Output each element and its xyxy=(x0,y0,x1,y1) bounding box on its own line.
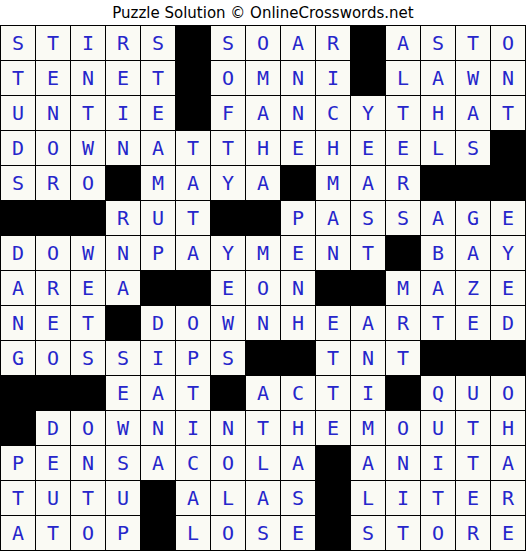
cell-r10c3: S xyxy=(71,341,105,375)
cell-r6c4: R xyxy=(106,201,140,235)
cell-r9c2: E xyxy=(36,306,70,340)
block-r14c5 xyxy=(141,481,175,515)
cell-r12c4: W xyxy=(106,411,140,445)
block-r13c10 xyxy=(316,446,350,480)
block-r5c13 xyxy=(421,166,455,200)
cell-r2c7: O xyxy=(211,61,245,95)
block-r10c15 xyxy=(491,341,525,375)
block-r15c10 xyxy=(316,516,350,550)
cell-r1c15: O xyxy=(491,26,525,60)
cell-r9c7: W xyxy=(211,306,245,340)
cell-r14c14: E xyxy=(456,481,490,515)
cell-r2c15: N xyxy=(491,61,525,95)
cell-r12c12: O xyxy=(386,411,420,445)
cell-r1c2: T xyxy=(36,26,70,60)
cell-r4c3: W xyxy=(71,131,105,165)
cell-r5c8: A xyxy=(246,166,280,200)
cell-r13c15: A xyxy=(491,446,525,480)
cell-r8c7: E xyxy=(211,271,245,305)
cell-r3c3: T xyxy=(71,96,105,130)
cell-r7c11: T xyxy=(351,236,385,270)
cell-r14c9: S xyxy=(281,481,315,515)
cell-r1c3: I xyxy=(71,26,105,60)
cell-r5c1: S xyxy=(1,166,35,200)
cell-r1c14: T xyxy=(456,26,490,60)
cell-r12c15: H xyxy=(491,411,525,445)
cell-r4c2: O xyxy=(36,131,70,165)
cell-r4c5: A xyxy=(141,131,175,165)
block-r1c6 xyxy=(176,26,210,60)
cell-r9c11: A xyxy=(351,306,385,340)
block-r6c7 xyxy=(211,201,245,235)
crossword-grid: STIRSSOARASTOTENETOMNILAWNUNTIEFANCYTHAT… xyxy=(0,25,526,551)
cell-r3c14: A xyxy=(456,96,490,130)
cell-r1c5: S xyxy=(141,26,175,60)
cell-r8c13: A xyxy=(421,271,455,305)
cell-r12c13: U xyxy=(421,411,455,445)
block-r6c2 xyxy=(36,201,70,235)
cell-r15c9: E xyxy=(281,516,315,550)
block-r10c8 xyxy=(246,341,280,375)
cell-r10c2: O xyxy=(36,341,70,375)
cell-r10c5: I xyxy=(141,341,175,375)
cell-r7c2: O xyxy=(36,236,70,270)
cell-r10c1: G xyxy=(1,341,35,375)
cell-r13c14: T xyxy=(456,446,490,480)
cell-r1c8: O xyxy=(246,26,280,60)
cell-r12c14: T xyxy=(456,411,490,445)
block-r2c6 xyxy=(176,61,210,95)
block-r11c1 xyxy=(1,376,35,410)
cell-r7c1: D xyxy=(1,236,35,270)
cell-r2c12: L xyxy=(386,61,420,95)
cell-r14c11: L xyxy=(351,481,385,515)
cell-r4c8: H xyxy=(246,131,280,165)
cell-r5c7: Y xyxy=(211,166,245,200)
cell-r12c3: O xyxy=(71,411,105,445)
cell-r3c4: I xyxy=(106,96,140,130)
block-r10c13 xyxy=(421,341,455,375)
cell-r13c4: S xyxy=(106,446,140,480)
cell-r11c9: C xyxy=(281,376,315,410)
cell-r10c7: S xyxy=(211,341,245,375)
block-r4c15 xyxy=(491,131,525,165)
cell-r5c11: A xyxy=(351,166,385,200)
cell-r6c15: E xyxy=(491,201,525,235)
cell-r14c3: T xyxy=(71,481,105,515)
block-r10c14 xyxy=(456,341,490,375)
cell-r11c6: T xyxy=(176,376,210,410)
cell-r7c14: A xyxy=(456,236,490,270)
cell-r15c3: O xyxy=(71,516,105,550)
cell-r14c1: T xyxy=(1,481,35,515)
cell-r12c10: E xyxy=(316,411,350,445)
cell-r9c9: H xyxy=(281,306,315,340)
cell-r9c13: T xyxy=(421,306,455,340)
cell-r15c1: A xyxy=(1,516,35,550)
cell-r8c4: A xyxy=(106,271,140,305)
cell-r10c12: T xyxy=(386,341,420,375)
block-r5c9 xyxy=(281,166,315,200)
cell-r10c11: N xyxy=(351,341,385,375)
page-title: Puzzle Solution © OnlineCrosswords.net xyxy=(0,0,526,25)
cell-r1c12: A xyxy=(386,26,420,60)
cell-r12c5: N xyxy=(141,411,175,445)
cell-r6c13: A xyxy=(421,201,455,235)
cell-r15c11: S xyxy=(351,516,385,550)
cell-r13c8: L xyxy=(246,446,280,480)
block-r11c12 xyxy=(386,376,420,410)
cell-r2c3: N xyxy=(71,61,105,95)
cell-r11c10: T xyxy=(316,376,350,410)
cell-r11c5: A xyxy=(141,376,175,410)
cell-r8c2: R xyxy=(36,271,70,305)
cell-r12c8: T xyxy=(246,411,280,445)
block-r5c14 xyxy=(456,166,490,200)
cell-r12c6: I xyxy=(176,411,210,445)
cell-r14c2: U xyxy=(36,481,70,515)
cell-r5c5: M xyxy=(141,166,175,200)
cell-r1c10: R xyxy=(316,26,350,60)
cell-r4c7: T xyxy=(211,131,245,165)
cell-r11c11: I xyxy=(351,376,385,410)
cell-r8c3: E xyxy=(71,271,105,305)
cell-r12c11: M xyxy=(351,411,385,445)
cell-r5c3: O xyxy=(71,166,105,200)
cell-r8c1: A xyxy=(1,271,35,305)
block-r7c12 xyxy=(386,236,420,270)
cell-r7c8: M xyxy=(246,236,280,270)
cell-r13c11: A xyxy=(351,446,385,480)
cell-r15c8: S xyxy=(246,516,280,550)
cell-r2c4: E xyxy=(106,61,140,95)
cell-r15c7: O xyxy=(211,516,245,550)
cell-r4c1: D xyxy=(1,131,35,165)
cell-r7c9: E xyxy=(281,236,315,270)
cell-r4c6: T xyxy=(176,131,210,165)
cell-r12c2: D xyxy=(36,411,70,445)
block-r8c10 xyxy=(316,271,350,305)
cell-r14c7: L xyxy=(211,481,245,515)
cell-r13c12: N xyxy=(386,446,420,480)
cell-r13c2: E xyxy=(36,446,70,480)
block-r8c11 xyxy=(351,271,385,305)
cell-r3c7: F xyxy=(211,96,245,130)
cell-r12c7: N xyxy=(211,411,245,445)
cell-r15c4: P xyxy=(106,516,140,550)
cell-r4c11: E xyxy=(351,131,385,165)
cell-r2c13: A xyxy=(421,61,455,95)
cell-r3c10: C xyxy=(316,96,350,130)
cell-r7c3: W xyxy=(71,236,105,270)
cell-r8c14: Z xyxy=(456,271,490,305)
cell-r3c1: U xyxy=(1,96,35,130)
block-r12c1 xyxy=(1,411,35,445)
cell-r3c5: E xyxy=(141,96,175,130)
cell-r2c8: M xyxy=(246,61,280,95)
cell-r6c6: T xyxy=(176,201,210,235)
cell-r4c14: S xyxy=(456,131,490,165)
cell-r14c15: R xyxy=(491,481,525,515)
cell-r13c9: A xyxy=(281,446,315,480)
cell-r8c9: N xyxy=(281,271,315,305)
cell-r15c2: T xyxy=(36,516,70,550)
cell-r6c12: S xyxy=(386,201,420,235)
cell-r6c9: P xyxy=(281,201,315,235)
cell-r10c4: S xyxy=(106,341,140,375)
cell-r3c9: N xyxy=(281,96,315,130)
cell-r9c3: T xyxy=(71,306,105,340)
cell-r13c5: A xyxy=(141,446,175,480)
cell-r3c15: T xyxy=(491,96,525,130)
cell-r4c12: E xyxy=(386,131,420,165)
cell-r7c4: N xyxy=(106,236,140,270)
cell-r6c11: S xyxy=(351,201,385,235)
cell-r3c13: H xyxy=(421,96,455,130)
cell-r4c10: H xyxy=(316,131,350,165)
block-r5c15 xyxy=(491,166,525,200)
cell-r13c7: O xyxy=(211,446,245,480)
cell-r11c14: U xyxy=(456,376,490,410)
cell-r9c6: O xyxy=(176,306,210,340)
cell-r2c2: E xyxy=(36,61,70,95)
cell-r13c13: I xyxy=(421,446,455,480)
cell-r6c10: A xyxy=(316,201,350,235)
cell-r2c10: I xyxy=(316,61,350,95)
cell-r9c1: N xyxy=(1,306,35,340)
cell-r7c7: Y xyxy=(211,236,245,270)
cell-r3c11: Y xyxy=(351,96,385,130)
block-r8c6 xyxy=(176,271,210,305)
cell-r8c12: M xyxy=(386,271,420,305)
cell-r11c8: A xyxy=(246,376,280,410)
cell-r9c10: E xyxy=(316,306,350,340)
cell-r15c12: T xyxy=(386,516,420,550)
cell-r11c4: E xyxy=(106,376,140,410)
cell-r9c14: E xyxy=(456,306,490,340)
cell-r6c14: G xyxy=(456,201,490,235)
block-r15c5 xyxy=(141,516,175,550)
cell-r5c12: R xyxy=(386,166,420,200)
cell-r8c8: O xyxy=(246,271,280,305)
cell-r4c4: N xyxy=(106,131,140,165)
block-r1c11 xyxy=(351,26,385,60)
cell-r4c13: L xyxy=(421,131,455,165)
block-r9c4 xyxy=(106,306,140,340)
block-r6c3 xyxy=(71,201,105,235)
cell-r15c13: O xyxy=(421,516,455,550)
cell-r11c15: O xyxy=(491,376,525,410)
cell-r5c2: R xyxy=(36,166,70,200)
cell-r2c1: T xyxy=(1,61,35,95)
cell-r2c14: W xyxy=(456,61,490,95)
cell-r5c6: A xyxy=(176,166,210,200)
block-r14c10 xyxy=(316,481,350,515)
block-r6c1 xyxy=(1,201,35,235)
cell-r7c15: Y xyxy=(491,236,525,270)
cell-r13c6: C xyxy=(176,446,210,480)
block-r10c9 xyxy=(281,341,315,375)
cell-r10c10: T xyxy=(316,341,350,375)
cell-r9c12: R xyxy=(386,306,420,340)
cell-r5c10: M xyxy=(316,166,350,200)
cell-r2c9: N xyxy=(281,61,315,95)
block-r11c2 xyxy=(36,376,70,410)
cell-r15c6: L xyxy=(176,516,210,550)
cell-r14c4: U xyxy=(106,481,140,515)
cell-r14c13: T xyxy=(421,481,455,515)
cell-r7c6: A xyxy=(176,236,210,270)
cell-r11c13: Q xyxy=(421,376,455,410)
block-r2c11 xyxy=(351,61,385,95)
block-r11c7 xyxy=(211,376,245,410)
cell-r14c6: A xyxy=(176,481,210,515)
cell-r1c4: R xyxy=(106,26,140,60)
block-r8c5 xyxy=(141,271,175,305)
cell-r12c9: H xyxy=(281,411,315,445)
cell-r14c8: A xyxy=(246,481,280,515)
cell-r7c10: N xyxy=(316,236,350,270)
cell-r1c13: S xyxy=(421,26,455,60)
cell-r10c6: P xyxy=(176,341,210,375)
cell-r9c15: D xyxy=(491,306,525,340)
block-r5c4 xyxy=(106,166,140,200)
block-r11c3 xyxy=(71,376,105,410)
cell-r3c12: T xyxy=(386,96,420,130)
cell-r15c14: R xyxy=(456,516,490,550)
cell-r7c5: P xyxy=(141,236,175,270)
cell-r15c15: E xyxy=(491,516,525,550)
cell-r9c8: N xyxy=(246,306,280,340)
block-r3c6 xyxy=(176,96,210,130)
cell-r6c5: U xyxy=(141,201,175,235)
cell-r13c3: N xyxy=(71,446,105,480)
cell-r4c9: E xyxy=(281,131,315,165)
cell-r1c1: S xyxy=(1,26,35,60)
cell-r7c13: B xyxy=(421,236,455,270)
cell-r1c7: S xyxy=(211,26,245,60)
cell-r3c2: N xyxy=(36,96,70,130)
cell-r1c9: A xyxy=(281,26,315,60)
cell-r13c1: P xyxy=(1,446,35,480)
cell-r8c15: E xyxy=(491,271,525,305)
cell-r2c5: T xyxy=(141,61,175,95)
cell-r14c12: I xyxy=(386,481,420,515)
cell-r9c5: D xyxy=(141,306,175,340)
cell-r3c8: A xyxy=(246,96,280,130)
block-r6c8 xyxy=(246,201,280,235)
puzzle-solution-page: Puzzle Solution © OnlineCrosswords.net S… xyxy=(0,0,526,551)
